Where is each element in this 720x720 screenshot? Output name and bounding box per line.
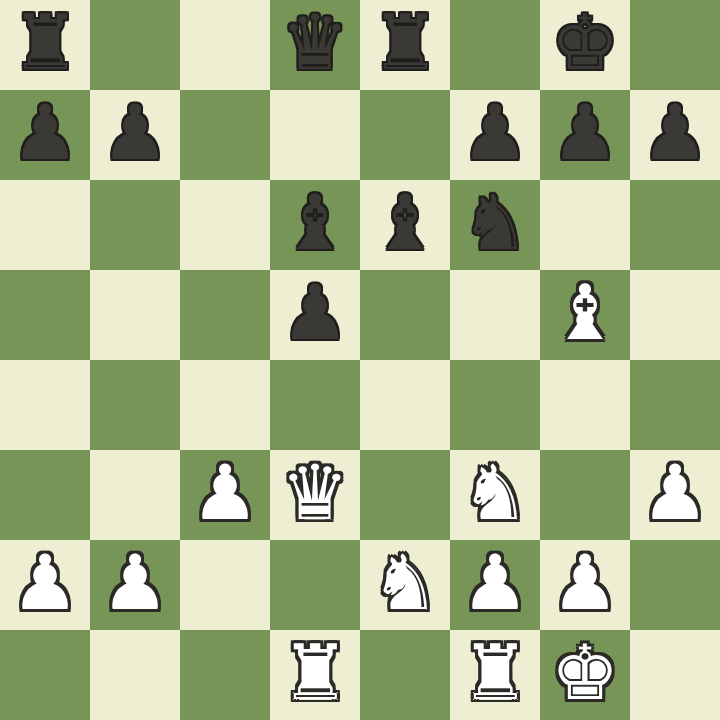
piece-black-rook[interactable]: ♜ [371, 0, 439, 88]
piece-white-pawn[interactable]: ♟ [641, 448, 709, 538]
square-a1[interactable] [0, 630, 90, 720]
square-d5[interactable]: ♟ [270, 270, 360, 360]
square-g5[interactable]: ♝ [540, 270, 630, 360]
piece-white-pawn[interactable]: ♟ [11, 538, 79, 628]
square-f7[interactable]: ♟ [450, 90, 540, 180]
piece-black-pawn[interactable]: ♟ [11, 88, 79, 178]
square-h7[interactable]: ♟ [630, 90, 720, 180]
square-a3[interactable] [0, 450, 90, 540]
piece-white-bishop[interactable]: ♝ [551, 268, 619, 358]
square-d2[interactable] [270, 540, 360, 630]
piece-white-knight[interactable]: ♞ [461, 448, 529, 538]
square-d4[interactable] [270, 360, 360, 450]
piece-black-rook[interactable]: ♜ [11, 0, 79, 88]
piece-white-pawn[interactable]: ♟ [101, 538, 169, 628]
square-d1[interactable]: ♜ [270, 630, 360, 720]
square-b8[interactable] [90, 0, 180, 90]
square-b2[interactable]: ♟ [90, 540, 180, 630]
piece-black-pawn[interactable]: ♟ [281, 268, 349, 358]
piece-white-pawn[interactable]: ♟ [551, 538, 619, 628]
piece-white-rook[interactable]: ♜ [461, 628, 529, 718]
square-c6[interactable] [180, 180, 270, 270]
square-g6[interactable] [540, 180, 630, 270]
piece-black-pawn[interactable]: ♟ [101, 88, 169, 178]
square-h4[interactable] [630, 360, 720, 450]
piece-white-rook[interactable]: ♜ [281, 628, 349, 718]
square-h8[interactable] [630, 0, 720, 90]
square-e1[interactable] [360, 630, 450, 720]
piece-black-queen[interactable]: ♛ [281, 0, 349, 88]
chess-board: ♜♛♜♚♟♟♟♟♟♝♝♞♟♝♟♛♞♟♟♟♞♟♟♜♜♚ [0, 0, 720, 720]
square-d6[interactable]: ♝ [270, 180, 360, 270]
square-e4[interactable] [360, 360, 450, 450]
square-c3[interactable]: ♟ [180, 450, 270, 540]
square-h3[interactable]: ♟ [630, 450, 720, 540]
piece-white-queen[interactable]: ♛ [281, 448, 349, 538]
square-c8[interactable] [180, 0, 270, 90]
square-b3[interactable] [90, 450, 180, 540]
square-d3[interactable]: ♛ [270, 450, 360, 540]
square-h5[interactable] [630, 270, 720, 360]
square-h1[interactable] [630, 630, 720, 720]
square-b1[interactable] [90, 630, 180, 720]
piece-white-pawn[interactable]: ♟ [191, 448, 259, 538]
square-e7[interactable] [360, 90, 450, 180]
square-f6[interactable]: ♞ [450, 180, 540, 270]
square-b7[interactable]: ♟ [90, 90, 180, 180]
square-d7[interactable] [270, 90, 360, 180]
piece-black-pawn[interactable]: ♟ [551, 88, 619, 178]
square-f3[interactable]: ♞ [450, 450, 540, 540]
square-f1[interactable]: ♜ [450, 630, 540, 720]
square-a6[interactable] [0, 180, 90, 270]
square-e8[interactable]: ♜ [360, 0, 450, 90]
square-h2[interactable] [630, 540, 720, 630]
square-e2[interactable]: ♞ [360, 540, 450, 630]
square-f4[interactable] [450, 360, 540, 450]
square-a7[interactable]: ♟ [0, 90, 90, 180]
square-f5[interactable] [450, 270, 540, 360]
piece-white-pawn[interactable]: ♟ [461, 538, 529, 628]
piece-black-bishop[interactable]: ♝ [281, 178, 349, 268]
square-g7[interactable]: ♟ [540, 90, 630, 180]
square-c1[interactable] [180, 630, 270, 720]
square-e6[interactable]: ♝ [360, 180, 450, 270]
square-b5[interactable] [90, 270, 180, 360]
square-g8[interactable]: ♚ [540, 0, 630, 90]
piece-black-pawn[interactable]: ♟ [641, 88, 709, 178]
square-c5[interactable] [180, 270, 270, 360]
square-f8[interactable] [450, 0, 540, 90]
piece-black-knight[interactable]: ♞ [461, 178, 529, 268]
square-c2[interactable] [180, 540, 270, 630]
square-a8[interactable]: ♜ [0, 0, 90, 90]
square-e3[interactable] [360, 450, 450, 540]
square-c7[interactable] [180, 90, 270, 180]
square-g3[interactable] [540, 450, 630, 540]
square-d8[interactable]: ♛ [270, 0, 360, 90]
square-g1[interactable]: ♚ [540, 630, 630, 720]
piece-black-bishop[interactable]: ♝ [371, 178, 439, 268]
square-f2[interactable]: ♟ [450, 540, 540, 630]
square-c4[interactable] [180, 360, 270, 450]
square-b6[interactable] [90, 180, 180, 270]
square-e5[interactable] [360, 270, 450, 360]
piece-white-king[interactable]: ♚ [551, 628, 619, 718]
square-g4[interactable] [540, 360, 630, 450]
square-b4[interactable] [90, 360, 180, 450]
piece-black-king[interactable]: ♚ [551, 0, 619, 88]
square-a5[interactable] [0, 270, 90, 360]
square-h6[interactable] [630, 180, 720, 270]
square-g2[interactable]: ♟ [540, 540, 630, 630]
piece-black-pawn[interactable]: ♟ [461, 88, 529, 178]
square-a4[interactable] [0, 360, 90, 450]
piece-white-knight[interactable]: ♞ [371, 538, 439, 628]
square-a2[interactable]: ♟ [0, 540, 90, 630]
